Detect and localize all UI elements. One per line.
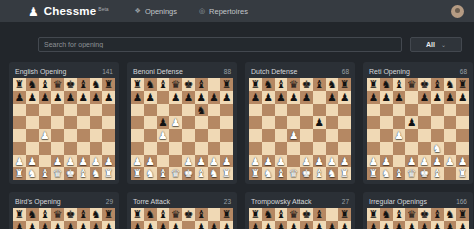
board-square bbox=[456, 116, 469, 129]
board-square bbox=[169, 142, 182, 155]
board-square: ♛ bbox=[169, 167, 182, 180]
board-square: ♟ bbox=[418, 91, 431, 104]
chess-piece: ♞ bbox=[26, 167, 39, 180]
chess-piece: ♝ bbox=[393, 78, 406, 91]
board-square bbox=[220, 116, 233, 129]
opening-count: 166 bbox=[456, 198, 467, 205]
board-square bbox=[313, 91, 326, 104]
board-square bbox=[275, 142, 288, 155]
opening-card[interactable]: Trompowsky Attack27♜♞♝♛♚♝♜♟♟♟♟♟♟♟♟♞♝♟♟♟♟… bbox=[245, 192, 355, 229]
board-square bbox=[77, 104, 90, 117]
opening-count: 27 bbox=[342, 198, 349, 205]
board-square: ♛ bbox=[405, 167, 418, 180]
chess-piece: ♟ bbox=[338, 155, 351, 168]
opening-card[interactable]: Benoni Defense88♜♞♝♛♚♝♜♟♟♟♟♟♟♟♞♟♟♟♟♟♟♟♟♟… bbox=[127, 62, 237, 184]
chess-board: ♜♞♝♛♚♝♞♜♟♟♟♟♟♟♟♟♟♟♟♟♟♟♟♟♜♞♝♛♚♝♞♜ bbox=[367, 208, 469, 229]
board-square: ♟ bbox=[456, 155, 469, 168]
board-square bbox=[367, 116, 380, 129]
chess-piece: ♟ bbox=[367, 91, 380, 104]
chess-piece: ♟ bbox=[418, 221, 431, 229]
search-input[interactable] bbox=[38, 37, 402, 52]
board-square: ♝ bbox=[77, 78, 90, 91]
board-square: ♟ bbox=[39, 221, 52, 229]
board-square: ♚ bbox=[182, 167, 195, 180]
board-square bbox=[275, 116, 288, 129]
filter-dropdown[interactable]: All ⌄ bbox=[410, 37, 462, 52]
board-square: ♜ bbox=[456, 78, 469, 91]
chess-piece: ♞ bbox=[326, 78, 339, 91]
chess-piece: ♟ bbox=[169, 116, 182, 129]
board-square: ♞ bbox=[208, 167, 221, 180]
chess-piece: ♞ bbox=[144, 78, 157, 91]
app-logo[interactable]: ♟ Chessme Beta bbox=[28, 4, 109, 18]
chess-piece: ♟ bbox=[249, 221, 262, 229]
board-square: ♟ bbox=[418, 221, 431, 229]
opening-card[interactable]: Reti Opening68♜♞♝♛♚♝♞♜♟♟♟♟♟♟♟♟♟♞♟♟♟♟♟♟♟♜… bbox=[363, 62, 473, 184]
chess-piece: ♟ bbox=[220, 91, 233, 104]
board-square bbox=[405, 142, 418, 155]
chess-piece: ♟ bbox=[77, 221, 90, 229]
board-square bbox=[249, 116, 262, 129]
board-square bbox=[220, 129, 233, 142]
board-square bbox=[444, 167, 457, 180]
board-square bbox=[380, 129, 393, 142]
chess-piece: ♟ bbox=[195, 221, 208, 229]
board-square bbox=[313, 104, 326, 117]
board-square bbox=[444, 116, 457, 129]
chess-piece: ♜ bbox=[220, 78, 233, 91]
board-square: ♟ bbox=[208, 91, 221, 104]
board-square bbox=[64, 129, 77, 142]
chess-piece: ♟ bbox=[77, 155, 90, 168]
board-square bbox=[326, 104, 339, 117]
chess-piece: ♛ bbox=[51, 167, 64, 180]
chess-piece: ♚ bbox=[64, 167, 77, 180]
chess-piece: ♝ bbox=[313, 78, 326, 91]
chess-piece: ♟ bbox=[131, 91, 144, 104]
board-square: ♞ bbox=[444, 78, 457, 91]
chess-piece: ♟ bbox=[405, 221, 418, 229]
board-square: ♟ bbox=[39, 129, 52, 142]
chess-piece: ♝ bbox=[431, 208, 444, 221]
board-square: ♜ bbox=[220, 167, 233, 180]
chess-piece: ♜ bbox=[13, 208, 26, 221]
board-square: ♟ bbox=[262, 91, 275, 104]
board-square bbox=[262, 116, 275, 129]
opening-card[interactable]: Dutch Defense68♜♞♝♛♚♝♞♜♟♟♟♟♟♟♟♟♟♟♟♟♟♟♟♟♜… bbox=[245, 62, 355, 184]
board-square: ♟ bbox=[313, 116, 326, 129]
board-square bbox=[380, 116, 393, 129]
chess-piece: ♟ bbox=[39, 91, 52, 104]
chess-piece: ♟ bbox=[195, 155, 208, 168]
board-square bbox=[208, 208, 221, 221]
board-square: ♟ bbox=[90, 155, 103, 168]
openings-icon: ❖ bbox=[135, 7, 141, 15]
chess-board: ♜♞♝♛♚♝♞♜♟♟♟♟♟♟♟♟♟♟♟♟♟♟♟♟♜♞♝♛♚♝♞♜ bbox=[13, 78, 115, 180]
board-square bbox=[418, 142, 431, 155]
board-square bbox=[444, 129, 457, 142]
opening-count: 141 bbox=[102, 68, 113, 75]
board-square bbox=[39, 116, 52, 129]
beta-badge: Beta bbox=[98, 6, 108, 12]
board-square: ♞ bbox=[144, 78, 157, 91]
chess-piece: ♟ bbox=[262, 221, 275, 229]
board-square: ♝ bbox=[431, 78, 444, 91]
opening-title: English Opening bbox=[15, 68, 66, 75]
board-square: ♟ bbox=[64, 155, 77, 168]
board-square bbox=[300, 129, 313, 142]
chess-piece: ♜ bbox=[249, 167, 262, 180]
board-square: ♟ bbox=[157, 129, 170, 142]
board-square: ♝ bbox=[275, 208, 288, 221]
chess-piece: ♚ bbox=[300, 208, 313, 221]
chess-piece: ♞ bbox=[26, 208, 39, 221]
board-square bbox=[131, 142, 144, 155]
board-square: ♟ bbox=[380, 155, 393, 168]
chess-piece: ♟ bbox=[90, 221, 103, 229]
board-square: ♟ bbox=[77, 91, 90, 104]
board-square: ♟ bbox=[300, 221, 313, 229]
board-square: ♝ bbox=[39, 167, 52, 180]
chess-board: ♜♞♝♛♚♝♞♜♟♟♟♟♟♟♟♟♟♟♟♟♟♟♟♟♜♞♝♛♚♝♞♜ bbox=[13, 208, 115, 229]
main-nav: ❖ Openings ◎ Repertoires bbox=[135, 7, 248, 16]
board-square: ♜ bbox=[13, 78, 26, 91]
chess-piece: ♟ bbox=[26, 221, 39, 229]
chess-piece: ♟ bbox=[275, 155, 288, 168]
chess-piece: ♟ bbox=[431, 221, 444, 229]
chess-piece: ♟ bbox=[26, 91, 39, 104]
chess-piece: ♟ bbox=[13, 155, 26, 168]
chess-piece: ♝ bbox=[157, 78, 170, 91]
board-square: ♟ bbox=[51, 221, 64, 229]
board-square bbox=[393, 155, 406, 168]
chess-piece: ♜ bbox=[102, 167, 115, 180]
board-square: ♟ bbox=[405, 116, 418, 129]
chess-piece: ♟ bbox=[275, 91, 288, 104]
chess-piece: ♟ bbox=[208, 155, 221, 168]
board-square bbox=[220, 104, 233, 117]
nav-item-openings[interactable]: ❖ Openings bbox=[135, 7, 177, 16]
board-square: ♜ bbox=[338, 208, 351, 221]
chess-piece: ♚ bbox=[418, 78, 431, 91]
board-square: ♟ bbox=[182, 91, 195, 104]
board-square bbox=[380, 104, 393, 117]
chess-piece: ♞ bbox=[262, 208, 275, 221]
chess-piece: ♟ bbox=[444, 155, 457, 168]
board-square bbox=[195, 129, 208, 142]
board-square: ♛ bbox=[287, 78, 300, 91]
chess-piece: ♟ bbox=[380, 91, 393, 104]
chess-piece: ♟ bbox=[338, 91, 351, 104]
board-square bbox=[51, 104, 64, 117]
chess-piece: ♟ bbox=[456, 91, 469, 104]
board-square: ♜ bbox=[131, 167, 144, 180]
chess-piece: ♛ bbox=[169, 167, 182, 180]
board-square: ♟ bbox=[444, 221, 457, 229]
board-square bbox=[131, 116, 144, 129]
board-square: ♝ bbox=[157, 167, 170, 180]
board-square bbox=[249, 129, 262, 142]
board-square bbox=[169, 104, 182, 117]
opening-title: Irregular Openings bbox=[369, 198, 427, 205]
board-square: ♚ bbox=[300, 208, 313, 221]
chess-piece: ♟ bbox=[326, 91, 339, 104]
chess-piece: ♞ bbox=[444, 208, 457, 221]
opening-title: Dutch Defense bbox=[251, 68, 297, 75]
chess-piece: ♜ bbox=[456, 78, 469, 91]
board-square: ♟ bbox=[249, 155, 262, 168]
board-square bbox=[195, 142, 208, 155]
board-square: ♟ bbox=[13, 221, 26, 229]
chess-piece: ♟ bbox=[39, 129, 52, 142]
board-square: ♝ bbox=[77, 208, 90, 221]
chess-piece: ♟ bbox=[393, 91, 406, 104]
board-square bbox=[208, 116, 221, 129]
board-square bbox=[208, 142, 221, 155]
board-square: ♛ bbox=[405, 78, 418, 91]
chess-piece: ♟ bbox=[169, 221, 182, 229]
board-square bbox=[77, 129, 90, 142]
board-square bbox=[431, 129, 444, 142]
board-square: ♝ bbox=[393, 78, 406, 91]
board-square bbox=[182, 221, 195, 229]
pawn-icon: ♟ bbox=[28, 5, 39, 19]
board-square: ♝ bbox=[275, 167, 288, 180]
board-square: ♞ bbox=[326, 78, 339, 91]
board-square: ♝ bbox=[77, 167, 90, 180]
chess-piece: ♟ bbox=[64, 91, 77, 104]
chess-piece: ♟ bbox=[13, 91, 26, 104]
board-square bbox=[249, 142, 262, 155]
board-square bbox=[195, 116, 208, 129]
board-square bbox=[380, 142, 393, 155]
board-square: ♜ bbox=[220, 78, 233, 91]
board-square bbox=[275, 129, 288, 142]
chess-piece: ♟ bbox=[144, 155, 157, 168]
board-square: ♟ bbox=[144, 91, 157, 104]
board-square: ♟ bbox=[64, 91, 77, 104]
board-square bbox=[338, 116, 351, 129]
board-square: ♟ bbox=[182, 155, 195, 168]
chess-piece: ♞ bbox=[90, 167, 103, 180]
board-square bbox=[338, 142, 351, 155]
chess-piece: ♟ bbox=[456, 155, 469, 168]
chess-piece: ♟ bbox=[169, 91, 182, 104]
board-square bbox=[300, 142, 313, 155]
board-square bbox=[39, 155, 52, 168]
board-square: ♟ bbox=[338, 91, 351, 104]
chess-piece: ♞ bbox=[144, 167, 157, 180]
opening-card[interactable]: English Opening141♜♞♝♛♚♝♞♜♟♟♟♟♟♟♟♟♟♟♟♟♟♟… bbox=[9, 62, 119, 184]
board-square: ♜ bbox=[13, 208, 26, 221]
board-square: ♛ bbox=[169, 208, 182, 221]
chess-piece: ♛ bbox=[405, 208, 418, 221]
board-square bbox=[367, 142, 380, 155]
chess-piece: ♞ bbox=[262, 78, 275, 91]
board-square bbox=[326, 208, 339, 221]
board-square: ♜ bbox=[367, 78, 380, 91]
board-square bbox=[456, 104, 469, 117]
chess-piece: ♟ bbox=[313, 116, 326, 129]
chess-piece: ♟ bbox=[326, 155, 339, 168]
chess-piece: ♟ bbox=[287, 221, 300, 229]
board-square: ♟ bbox=[13, 91, 26, 104]
board-square: ♞ bbox=[195, 104, 208, 117]
chess-piece: ♟ bbox=[275, 221, 288, 229]
board-square: ♟ bbox=[275, 91, 288, 104]
opening-card-header: Reti Opening68 bbox=[367, 65, 469, 77]
board-square bbox=[287, 104, 300, 117]
board-square: ♟ bbox=[249, 91, 262, 104]
chess-piece: ♜ bbox=[249, 78, 262, 91]
board-square bbox=[275, 104, 288, 117]
board-square bbox=[51, 116, 64, 129]
board-square: ♝ bbox=[431, 208, 444, 221]
board-square bbox=[338, 129, 351, 142]
board-square: ♚ bbox=[418, 167, 431, 180]
board-square: ♟ bbox=[90, 221, 103, 229]
board-square bbox=[144, 116, 157, 129]
chess-piece: ♟ bbox=[431, 91, 444, 104]
chess-piece: ♛ bbox=[169, 208, 182, 221]
board-square bbox=[51, 142, 64, 155]
chess-piece: ♟ bbox=[249, 91, 262, 104]
board-square: ♚ bbox=[64, 78, 77, 91]
chess-piece: ♟ bbox=[380, 221, 393, 229]
search-bar: All ⌄ bbox=[38, 37, 462, 52]
top-bar: ♟ Chessme Beta ❖ Openings ◎ Repertoires bbox=[0, 0, 474, 22]
board-square: ♟ bbox=[51, 155, 64, 168]
chess-piece: ♟ bbox=[393, 221, 406, 229]
board-square: ♟ bbox=[418, 155, 431, 168]
board-square bbox=[418, 104, 431, 117]
chess-board: ♜♞♝♛♚♝♞♜♟♟♟♟♟♟♟♟♟♟♟♟♟♟♟♟♜♞♝♛♚♝♞♜ bbox=[249, 78, 351, 180]
chess-piece: ♝ bbox=[431, 167, 444, 180]
board-square bbox=[456, 142, 469, 155]
board-square: ♜ bbox=[338, 167, 351, 180]
board-square: ♜ bbox=[131, 78, 144, 91]
board-square: ♟ bbox=[313, 221, 326, 229]
board-square: ♞ bbox=[144, 167, 157, 180]
board-square bbox=[64, 116, 77, 129]
chess-piece: ♜ bbox=[131, 167, 144, 180]
board-square bbox=[39, 104, 52, 117]
opening-card[interactable]: Irregular Openings166♜♞♝♛♚♝♞♜♟♟♟♟♟♟♟♟♟♟♟… bbox=[363, 192, 473, 229]
chess-board: ♜♞♝♛♚♝♜♟♟♟♟♟♟♟♟♞♝♟♟♟♟♟♟♟♟♜♞♛♚♝♞♜ bbox=[249, 208, 351, 229]
board-square: ♝ bbox=[275, 78, 288, 91]
user-avatar[interactable] bbox=[451, 5, 464, 18]
board-square: ♟ bbox=[338, 155, 351, 168]
board-square: ♞ bbox=[26, 78, 39, 91]
chess-piece: ♜ bbox=[456, 167, 469, 180]
chess-board: ♜♞♝♛♚♝♜♟♟♟♟♟♟♟♟♞♝♟♞♟♟♟♟♟♟♟♜♞♛♚♝♜ bbox=[131, 208, 233, 229]
board-square bbox=[326, 116, 339, 129]
chess-piece: ♝ bbox=[313, 208, 326, 221]
board-square: ♟ bbox=[444, 91, 457, 104]
chess-piece: ♜ bbox=[338, 167, 351, 180]
board-square bbox=[182, 104, 195, 117]
chess-piece: ♟ bbox=[405, 116, 418, 129]
board-square bbox=[169, 155, 182, 168]
chess-piece: ♝ bbox=[195, 78, 208, 91]
chess-piece: ♜ bbox=[102, 78, 115, 91]
board-square bbox=[300, 104, 313, 117]
board-square: ♟ bbox=[39, 91, 52, 104]
board-square: ♞ bbox=[26, 208, 39, 221]
board-square: ♟ bbox=[169, 221, 182, 229]
board-square: ♟ bbox=[220, 91, 233, 104]
board-square: ♟ bbox=[262, 221, 275, 229]
board-square: ♞ bbox=[262, 167, 275, 180]
chess-piece: ♚ bbox=[182, 167, 195, 180]
opening-card[interactable]: Torre Attack23♜♞♝♛♚♝♜♟♟♟♟♟♟♟♟♞♝♟♞♟♟♟♟♟♟♟… bbox=[127, 192, 237, 229]
board-square: ♟ bbox=[262, 155, 275, 168]
board-square: ♜ bbox=[102, 167, 115, 180]
chess-piece: ♚ bbox=[64, 208, 77, 221]
board-square bbox=[131, 104, 144, 117]
chess-piece: ♟ bbox=[367, 221, 380, 229]
board-square: ♟ bbox=[393, 129, 406, 142]
chess-piece: ♜ bbox=[220, 167, 233, 180]
opening-card[interactable]: Bird's Opening29♜♞♝♛♚♝♞♜♟♟♟♟♟♟♟♟♟♟♟♟♟♟♟♟… bbox=[9, 192, 119, 229]
board-square: ♞ bbox=[90, 167, 103, 180]
board-square: ♟ bbox=[393, 91, 406, 104]
chess-piece: ♟ bbox=[208, 91, 221, 104]
opening-title: Torre Attack bbox=[133, 198, 170, 205]
board-square: ♜ bbox=[456, 167, 469, 180]
board-square: ♞ bbox=[431, 142, 444, 155]
board-square bbox=[39, 142, 52, 155]
board-square: ♜ bbox=[456, 208, 469, 221]
chess-piece: ♝ bbox=[157, 208, 170, 221]
board-square bbox=[405, 91, 418, 104]
board-square bbox=[338, 104, 351, 117]
chess-piece: ♛ bbox=[169, 78, 182, 91]
chess-piece: ♝ bbox=[313, 167, 326, 180]
chess-piece: ♟ bbox=[102, 91, 115, 104]
chess-piece: ♟ bbox=[431, 155, 444, 168]
chess-piece: ♞ bbox=[326, 167, 339, 180]
chess-piece: ♟ bbox=[131, 221, 144, 229]
chess-piece: ♜ bbox=[220, 208, 233, 221]
board-square: ♝ bbox=[313, 208, 326, 221]
chess-piece: ♝ bbox=[393, 208, 406, 221]
chess-piece: ♟ bbox=[39, 221, 52, 229]
chess-piece: ♛ bbox=[287, 208, 300, 221]
board-square: ♚ bbox=[182, 78, 195, 91]
chess-piece: ♟ bbox=[338, 221, 351, 229]
chess-piece: ♟ bbox=[300, 91, 313, 104]
board-square: ♝ bbox=[195, 208, 208, 221]
board-square bbox=[157, 91, 170, 104]
board-square bbox=[26, 129, 39, 142]
board-square: ♟ bbox=[102, 221, 115, 229]
chess-piece: ♛ bbox=[51, 78, 64, 91]
chess-piece: ♟ bbox=[300, 155, 313, 168]
opening-card-header: Trompowsky Attack27 bbox=[249, 195, 351, 207]
board-square: ♞ bbox=[90, 208, 103, 221]
chess-piece: ♝ bbox=[275, 78, 288, 91]
board-square: ♟ bbox=[367, 91, 380, 104]
board-square bbox=[326, 129, 339, 142]
chess-piece: ♜ bbox=[367, 78, 380, 91]
board-square: ♚ bbox=[300, 167, 313, 180]
board-square: ♛ bbox=[51, 208, 64, 221]
board-square: ♟ bbox=[367, 221, 380, 229]
chess-piece: ♟ bbox=[208, 221, 221, 229]
nav-item-repertoires[interactable]: ◎ Repertoires bbox=[199, 7, 248, 16]
openings-grid: English Opening141♜♞♝♛♚♝♞♜♟♟♟♟♟♟♟♟♟♟♟♟♟♟… bbox=[0, 52, 474, 229]
